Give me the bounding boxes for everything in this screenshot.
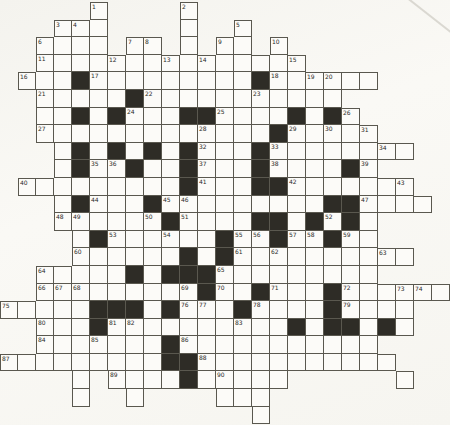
cell[interactable] — [270, 55, 288, 73]
cell[interactable]: 30 — [324, 125, 342, 143]
cell[interactable] — [252, 319, 270, 337]
cell[interactable]: 3 — [54, 20, 72, 38]
cell[interactable] — [252, 108, 270, 126]
cell[interactable]: 36 — [108, 160, 126, 178]
cell[interactable] — [396, 196, 414, 214]
cell[interactable] — [306, 160, 324, 178]
cell[interactable] — [342, 178, 360, 196]
cell[interactable]: 70 — [216, 284, 234, 302]
cell[interactable] — [360, 72, 378, 90]
cell[interactable] — [108, 213, 126, 231]
cell[interactable]: 61 — [234, 248, 252, 266]
cell[interactable] — [234, 125, 252, 143]
cell[interactable] — [126, 72, 144, 90]
cell[interactable] — [360, 301, 378, 319]
cell[interactable] — [234, 178, 252, 196]
cell[interactable]: 79 — [342, 301, 360, 319]
cell[interactable] — [270, 371, 288, 389]
cell[interactable] — [342, 354, 360, 372]
cell[interactable]: 75 — [0, 301, 18, 319]
cell[interactable] — [234, 90, 252, 108]
cell[interactable]: 73 — [396, 284, 414, 302]
cell[interactable] — [234, 55, 252, 73]
cell[interactable] — [198, 196, 216, 214]
cell[interactable] — [270, 266, 288, 284]
cell[interactable] — [180, 125, 198, 143]
cell[interactable]: 45 — [162, 196, 180, 214]
cell[interactable] — [18, 301, 36, 319]
cell[interactable] — [378, 196, 396, 214]
cell[interactable] — [180, 231, 198, 249]
cell[interactable]: 52 — [324, 213, 342, 231]
cell[interactable] — [234, 37, 252, 55]
cell[interactable] — [306, 143, 324, 161]
cell[interactable] — [342, 248, 360, 266]
cell[interactable] — [54, 37, 72, 55]
cell[interactable]: 42 — [288, 178, 306, 196]
cell[interactable]: 59 — [342, 231, 360, 249]
cell[interactable] — [108, 196, 126, 214]
cell[interactable]: 18 — [270, 72, 288, 90]
cell[interactable] — [162, 72, 180, 90]
cell[interactable] — [324, 354, 342, 372]
cell[interactable]: 82 — [126, 319, 144, 337]
cell[interactable] — [306, 336, 324, 354]
cell[interactable] — [162, 178, 180, 196]
cell[interactable]: 69 — [180, 284, 198, 302]
cell[interactable] — [126, 389, 144, 407]
cell[interactable] — [108, 354, 126, 372]
cell[interactable] — [144, 72, 162, 90]
cell[interactable] — [198, 248, 216, 266]
cell[interactable]: 15 — [288, 55, 306, 73]
cell[interactable] — [234, 354, 252, 372]
cell[interactable] — [72, 178, 90, 196]
cell[interactable] — [360, 354, 378, 372]
cell[interactable] — [36, 354, 54, 372]
cell[interactable]: 40 — [18, 178, 36, 196]
cell[interactable]: 23 — [252, 90, 270, 108]
cell[interactable] — [162, 248, 180, 266]
cell[interactable] — [180, 55, 198, 73]
cell[interactable] — [252, 55, 270, 73]
cell[interactable] — [162, 371, 180, 389]
cell[interactable]: 90 — [216, 371, 234, 389]
cell[interactable] — [306, 178, 324, 196]
cell[interactable] — [108, 125, 126, 143]
cell[interactable]: 86 — [180, 336, 198, 354]
cell[interactable] — [108, 90, 126, 108]
cell[interactable] — [234, 108, 252, 126]
cell[interactable] — [90, 178, 108, 196]
cell[interactable] — [216, 301, 234, 319]
cell[interactable] — [162, 108, 180, 126]
cell[interactable] — [54, 143, 72, 161]
cell[interactable] — [180, 20, 198, 38]
cell[interactable] — [162, 160, 180, 178]
cell[interactable] — [234, 72, 252, 90]
cell[interactable] — [288, 160, 306, 178]
cell[interactable]: 84 — [36, 336, 54, 354]
cell[interactable] — [72, 37, 90, 55]
cell[interactable] — [90, 284, 108, 302]
cell[interactable]: 12 — [108, 55, 126, 73]
cell[interactable]: 68 — [72, 284, 90, 302]
cell[interactable]: 83 — [234, 319, 252, 337]
cell[interactable] — [234, 336, 252, 354]
cell[interactable] — [180, 319, 198, 337]
cell[interactable] — [162, 125, 180, 143]
cell[interactable] — [90, 55, 108, 73]
cell[interactable] — [252, 125, 270, 143]
cell[interactable]: 63 — [378, 248, 396, 266]
cell[interactable] — [288, 336, 306, 354]
cell[interactable] — [360, 248, 378, 266]
cell[interactable] — [288, 266, 306, 284]
cell[interactable] — [234, 371, 252, 389]
cell[interactable] — [144, 248, 162, 266]
cell[interactable] — [216, 389, 234, 407]
cell[interactable] — [144, 55, 162, 73]
cell[interactable]: 64 — [36, 266, 54, 284]
cell[interactable] — [288, 213, 306, 231]
cell[interactable] — [342, 143, 360, 161]
cell[interactable] — [234, 143, 252, 161]
cell[interactable] — [216, 354, 234, 372]
cell[interactable] — [54, 160, 72, 178]
cell[interactable] — [234, 284, 252, 302]
cell[interactable] — [198, 231, 216, 249]
cell[interactable] — [90, 125, 108, 143]
cell[interactable] — [54, 178, 72, 196]
cell[interactable] — [198, 319, 216, 337]
cell[interactable] — [360, 178, 378, 196]
cell[interactable] — [324, 90, 342, 108]
cell[interactable]: 87 — [0, 354, 18, 372]
cell[interactable] — [270, 319, 288, 337]
cell[interactable] — [72, 389, 90, 407]
cell[interactable] — [342, 266, 360, 284]
cell[interactable]: 38 — [270, 160, 288, 178]
cell[interactable]: 47 — [360, 196, 378, 214]
cell[interactable] — [288, 284, 306, 302]
cell[interactable]: 31 — [360, 125, 378, 143]
cell[interactable] — [144, 319, 162, 337]
cell[interactable] — [126, 371, 144, 389]
cell[interactable] — [396, 143, 414, 161]
cell[interactable]: 11 — [36, 55, 54, 73]
cell[interactable] — [144, 178, 162, 196]
cell[interactable] — [162, 90, 180, 108]
cell[interactable] — [360, 231, 378, 249]
cell[interactable]: 14 — [198, 55, 216, 73]
cell[interactable] — [396, 371, 414, 389]
cell[interactable]: 17 — [90, 72, 108, 90]
cell[interactable]: 22 — [144, 90, 162, 108]
cell[interactable] — [54, 319, 72, 337]
cell[interactable] — [216, 55, 234, 73]
cell[interactable] — [180, 90, 198, 108]
cell[interactable] — [72, 354, 90, 372]
cell[interactable] — [90, 143, 108, 161]
cell[interactable] — [54, 90, 72, 108]
cell[interactable]: 58 — [306, 231, 324, 249]
cell[interactable] — [144, 301, 162, 319]
cell[interactable] — [252, 196, 270, 214]
cell[interactable] — [72, 319, 90, 337]
cell[interactable] — [126, 55, 144, 73]
cell[interactable]: 80 — [36, 319, 54, 337]
cell[interactable]: 66 — [36, 284, 54, 302]
cell[interactable] — [360, 266, 378, 284]
cell[interactable] — [234, 160, 252, 178]
cell[interactable] — [306, 301, 324, 319]
cell[interactable] — [396, 319, 414, 337]
cell[interactable] — [162, 143, 180, 161]
cell[interactable]: 39 — [360, 160, 378, 178]
cell[interactable] — [216, 213, 234, 231]
cell[interactable] — [90, 37, 108, 55]
cell[interactable] — [180, 37, 198, 55]
cell[interactable]: 76 — [180, 301, 198, 319]
cell[interactable] — [306, 319, 324, 337]
cell[interactable]: 88 — [198, 354, 216, 372]
cell[interactable]: 10 — [270, 37, 288, 55]
cell[interactable] — [252, 389, 270, 407]
cell[interactable] — [90, 108, 108, 126]
cell[interactable] — [144, 371, 162, 389]
cell[interactable]: 13 — [162, 55, 180, 73]
cell[interactable]: 20 — [324, 72, 342, 90]
cell[interactable] — [360, 143, 378, 161]
cell[interactable] — [288, 196, 306, 214]
cell[interactable] — [216, 319, 234, 337]
cell[interactable]: 44 — [90, 196, 108, 214]
cell[interactable] — [234, 266, 252, 284]
cell[interactable] — [342, 125, 360, 143]
cell[interactable] — [270, 108, 288, 126]
cell[interactable]: 8 — [144, 37, 162, 55]
cell[interactable] — [72, 55, 90, 73]
cell[interactable]: 49 — [72, 213, 90, 231]
cell[interactable]: 67 — [54, 284, 72, 302]
cell[interactable] — [306, 196, 324, 214]
cell[interactable] — [144, 231, 162, 249]
cell[interactable] — [324, 266, 342, 284]
cell[interactable]: 5 — [234, 20, 252, 38]
cell[interactable] — [36, 108, 54, 126]
cell[interactable] — [126, 231, 144, 249]
cell[interactable] — [162, 284, 180, 302]
cell[interactable] — [324, 160, 342, 178]
cell[interactable] — [144, 160, 162, 178]
cell[interactable] — [270, 301, 288, 319]
cell[interactable] — [126, 284, 144, 302]
cell[interactable] — [72, 125, 90, 143]
cell[interactable] — [126, 248, 144, 266]
cell[interactable]: 46 — [180, 196, 198, 214]
cell[interactable]: 48 — [54, 213, 72, 231]
cell[interactable] — [234, 389, 252, 407]
cell[interactable] — [252, 407, 270, 425]
cell[interactable]: 16 — [18, 72, 36, 90]
cell[interactable] — [432, 284, 450, 302]
cell[interactable] — [414, 196, 432, 214]
cell[interactable]: 65 — [216, 266, 234, 284]
cell[interactable] — [198, 72, 216, 90]
cell[interactable] — [216, 125, 234, 143]
cell[interactable] — [360, 319, 378, 337]
cell[interactable] — [108, 266, 126, 284]
cell[interactable] — [36, 72, 54, 90]
cell[interactable]: 60 — [72, 248, 90, 266]
cell[interactable] — [144, 354, 162, 372]
cell[interactable] — [72, 231, 90, 249]
cell[interactable]: 53 — [108, 231, 126, 249]
cell[interactable] — [126, 354, 144, 372]
cell[interactable] — [108, 178, 126, 196]
cell[interactable] — [36, 301, 54, 319]
cell[interactable] — [360, 336, 378, 354]
cell[interactable] — [54, 72, 72, 90]
cell[interactable] — [144, 266, 162, 284]
cell[interactable] — [288, 248, 306, 266]
cell[interactable]: 43 — [396, 178, 414, 196]
cell[interactable] — [306, 284, 324, 302]
cell[interactable]: 54 — [162, 231, 180, 249]
cell[interactable]: 74 — [414, 284, 432, 302]
cell[interactable]: 28 — [198, 125, 216, 143]
cell[interactable] — [342, 72, 360, 90]
cell[interactable] — [54, 301, 72, 319]
cell[interactable] — [216, 160, 234, 178]
cell[interactable]: 7 — [126, 37, 144, 55]
cell[interactable] — [36, 178, 54, 196]
cell[interactable] — [198, 336, 216, 354]
cell[interactable] — [378, 284, 396, 302]
cell[interactable] — [90, 20, 108, 38]
cell[interactable] — [72, 371, 90, 389]
cell[interactable] — [306, 125, 324, 143]
cell[interactable]: 21 — [36, 90, 54, 108]
cell[interactable] — [90, 266, 108, 284]
cell[interactable] — [306, 248, 324, 266]
cell[interactable] — [324, 248, 342, 266]
cell[interactable] — [54, 266, 72, 284]
cell[interactable] — [54, 55, 72, 73]
cell[interactable] — [360, 284, 378, 302]
cell[interactable]: 41 — [198, 178, 216, 196]
cell[interactable] — [288, 143, 306, 161]
cell[interactable] — [126, 196, 144, 214]
cell[interactable] — [126, 336, 144, 354]
cell[interactable] — [72, 301, 90, 319]
cell[interactable]: 4 — [72, 20, 90, 38]
cell[interactable] — [54, 354, 72, 372]
cell[interactable]: 27 — [36, 125, 54, 143]
cell[interactable]: 19 — [306, 72, 324, 90]
cell[interactable]: 72 — [342, 284, 360, 302]
cell[interactable] — [252, 354, 270, 372]
cell[interactable] — [324, 143, 342, 161]
cell[interactable] — [378, 354, 396, 372]
cell[interactable] — [378, 178, 396, 196]
cell[interactable] — [378, 301, 396, 319]
cell[interactable] — [144, 125, 162, 143]
cell[interactable] — [108, 336, 126, 354]
cell[interactable]: 37 — [198, 160, 216, 178]
cell[interactable] — [288, 354, 306, 372]
cell[interactable] — [270, 196, 288, 214]
cell[interactable] — [288, 90, 306, 108]
cell[interactable] — [306, 108, 324, 126]
cell[interactable] — [216, 336, 234, 354]
cell[interactable]: 32 — [198, 143, 216, 161]
cell[interactable]: 51 — [180, 213, 198, 231]
cell[interactable]: 33 — [270, 143, 288, 161]
cell[interactable] — [216, 143, 234, 161]
cell[interactable] — [126, 143, 144, 161]
cell[interactable] — [306, 90, 324, 108]
cell[interactable] — [54, 336, 72, 354]
cell[interactable] — [306, 354, 324, 372]
cell[interactable] — [126, 213, 144, 231]
cell[interactable] — [90, 248, 108, 266]
cell[interactable] — [198, 371, 216, 389]
cell[interactable]: 29 — [288, 125, 306, 143]
cell[interactable] — [342, 336, 360, 354]
cell[interactable]: 81 — [108, 319, 126, 337]
cell[interactable] — [234, 213, 252, 231]
cell[interactable] — [252, 266, 270, 284]
cell[interactable] — [396, 301, 414, 319]
cell[interactable] — [252, 371, 270, 389]
cell[interactable] — [144, 336, 162, 354]
cell[interactable] — [198, 213, 216, 231]
cell[interactable] — [90, 90, 108, 108]
cell[interactable] — [270, 336, 288, 354]
cell[interactable]: 2 — [180, 2, 198, 20]
cell[interactable]: 6 — [36, 37, 54, 55]
cell[interactable] — [108, 72, 126, 90]
cell[interactable] — [270, 354, 288, 372]
cell[interactable] — [18, 354, 36, 372]
cell[interactable] — [126, 125, 144, 143]
cell[interactable]: 78 — [252, 301, 270, 319]
cell[interactable] — [306, 266, 324, 284]
cell[interactable]: 55 — [234, 231, 252, 249]
cell[interactable]: 89 — [108, 371, 126, 389]
cell[interactable] — [216, 90, 234, 108]
cell[interactable]: 25 — [216, 108, 234, 126]
cell[interactable]: 1 — [90, 2, 108, 20]
cell[interactable] — [270, 90, 288, 108]
cell[interactable]: 85 — [90, 336, 108, 354]
cell[interactable]: 50 — [144, 213, 162, 231]
cell[interactable] — [288, 301, 306, 319]
cell[interactable] — [54, 108, 72, 126]
cell[interactable] — [54, 196, 72, 214]
cell[interactable] — [180, 72, 198, 90]
cell[interactable] — [144, 284, 162, 302]
cell[interactable] — [72, 336, 90, 354]
cell[interactable] — [234, 196, 252, 214]
cell[interactable] — [396, 248, 414, 266]
cell[interactable] — [90, 354, 108, 372]
cell[interactable] — [216, 72, 234, 90]
cell[interactable] — [72, 90, 90, 108]
cell[interactable]: 34 — [378, 143, 396, 161]
